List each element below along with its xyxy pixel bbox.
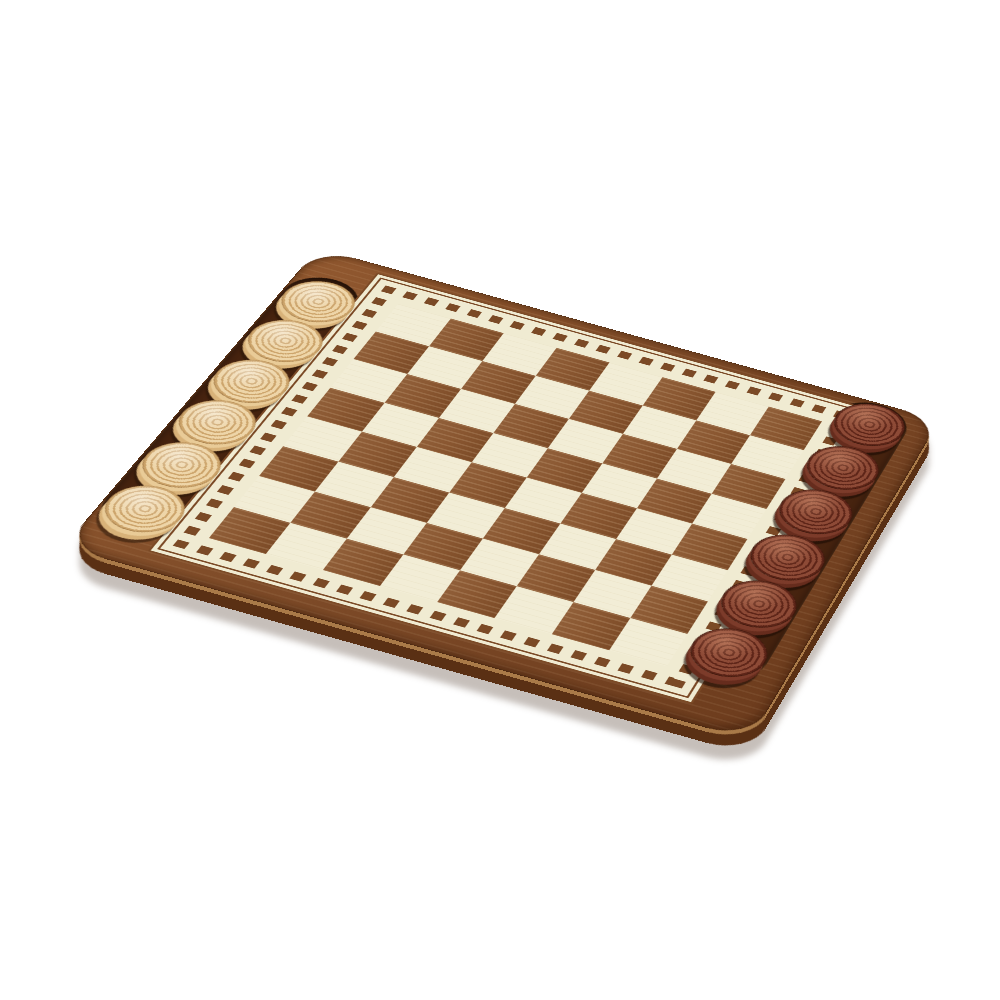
board-shadow-wrap: [0, 0, 1000, 1000]
scene: [0, 0, 1000, 1000]
checkers-board: [63, 248, 940, 740]
